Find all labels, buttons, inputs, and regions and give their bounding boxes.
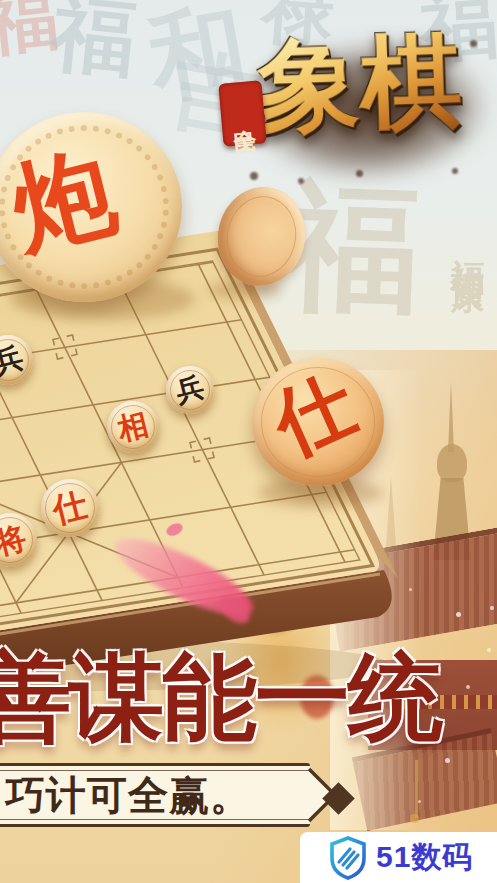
piece-advisor-large: 仕 xyxy=(252,358,384,486)
calligraphy-char: 福 xyxy=(48,0,140,82)
tassel-knob xyxy=(410,814,419,823)
snow-dot xyxy=(490,606,494,610)
snow-dot xyxy=(445,758,450,763)
ink-splatter-dot xyxy=(298,178,304,184)
snow-dot xyxy=(456,612,461,617)
calligraphy-column: 福祐安康 xyxy=(450,232,484,256)
ink-splatter-dot xyxy=(356,170,363,177)
ink-splatter-dot xyxy=(452,168,458,174)
piece-glyph: 兵 xyxy=(0,342,26,377)
seal-text: 全民 xyxy=(231,110,254,118)
slogan-banner: 巧计可全赢。 xyxy=(0,763,310,827)
slogan-main: 善谋能一统 xyxy=(0,645,497,751)
piece-soldier-mid: 兵 xyxy=(166,366,214,414)
piece-glyph: 相 xyxy=(115,409,151,445)
shield-logo-icon xyxy=(328,836,368,880)
snow-dot xyxy=(409,588,412,591)
piece-glyph: 仕 xyxy=(49,487,90,528)
ink-splatter-dot xyxy=(250,172,258,180)
snow-dot xyxy=(418,800,421,803)
title-seal-badge: 全民 xyxy=(218,80,266,147)
slogan-sub: 巧计可全赢。 xyxy=(5,768,251,823)
piece-advisor: 仕 xyxy=(41,479,99,537)
publisher-name: 51数码 xyxy=(376,837,473,878)
splash-screen: 福 福 和 禄 福 富 寿 福 福祐安康 吉 xyxy=(0,0,497,883)
piece-glyph: 炮 xyxy=(4,141,125,262)
statue-head xyxy=(256,586,298,634)
tassel-cord xyxy=(415,760,418,818)
publisher-badge: 51数码 xyxy=(300,832,497,883)
piece-elephant: 相 xyxy=(107,401,159,453)
piece-glyph: 仕 xyxy=(263,363,366,466)
piece-glyph: 兵 xyxy=(173,373,207,407)
piece-glyph: 将 xyxy=(0,521,29,559)
game-title: 象棋 xyxy=(256,26,497,141)
